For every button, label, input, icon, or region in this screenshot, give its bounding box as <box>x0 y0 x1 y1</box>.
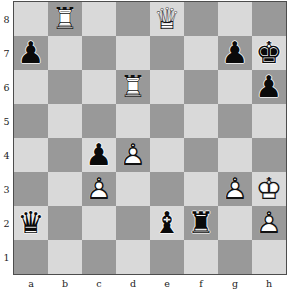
black-queen-piece: ♛ <box>14 206 48 240</box>
piece-glyph: ♟ <box>14 36 48 70</box>
rank-label-7: 7 <box>0 36 13 70</box>
square-e3[interactable] <box>150 172 184 206</box>
square-e6[interactable] <box>150 70 184 104</box>
rank-label-3: 3 <box>0 172 13 206</box>
rank-label-2: 2 <box>0 206 13 240</box>
square-g2[interactable] <box>218 206 252 240</box>
square-a2[interactable]: ♛ <box>14 206 48 240</box>
black-king-piece: ♚ <box>252 36 286 70</box>
square-b4[interactable] <box>48 138 82 172</box>
file-label-d: d <box>116 277 150 290</box>
square-a7[interactable]: ♟ <box>14 36 48 70</box>
piece-glyph: ♟ <box>218 36 252 70</box>
rank-label-1: 1 <box>0 240 13 274</box>
square-d4[interactable]: ♟♙ <box>116 138 150 172</box>
square-e4[interactable] <box>150 138 184 172</box>
piece-glyph: ♛ <box>150 2 184 36</box>
square-a1[interactable] <box>14 240 48 274</box>
square-e8[interactable]: ♛♕ <box>150 2 184 36</box>
white-king-piece: ♚♔ <box>252 172 286 206</box>
square-d7[interactable] <box>116 36 150 70</box>
square-a8[interactable] <box>14 2 48 36</box>
square-g4[interactable] <box>218 138 252 172</box>
square-e2[interactable]: ♝ <box>150 206 184 240</box>
square-h5[interactable] <box>252 104 286 138</box>
piece-outline: ♙ <box>252 206 286 240</box>
square-c5[interactable] <box>82 104 116 138</box>
file-label-f: f <box>184 277 218 290</box>
square-h3[interactable]: ♚♔ <box>252 172 286 206</box>
square-a3[interactable] <box>14 172 48 206</box>
white-pawn-piece: ♟♙ <box>82 172 116 206</box>
chess-board: ♜♖♛♕♟♟♚♜♖♟♟♟♙♟♙♟♙♚♔♛♝♜♟♙ <box>13 1 287 275</box>
square-d1[interactable] <box>116 240 150 274</box>
file-label-b: b <box>48 277 82 290</box>
square-h2[interactable]: ♟♙ <box>252 206 286 240</box>
square-b2[interactable] <box>48 206 82 240</box>
white-queen-piece: ♛♕ <box>150 2 184 36</box>
square-e7[interactable] <box>150 36 184 70</box>
square-d8[interactable] <box>116 2 150 36</box>
square-f1[interactable] <box>184 240 218 274</box>
piece-glyph: ♟ <box>82 138 116 172</box>
chess-board-diagram: 87654321 ♜♖♛♕♟♟♚♜♖♟♟♟♙♟♙♟♙♚♔♛♝♜♟♙ abcdef… <box>0 0 295 300</box>
square-e5[interactable] <box>150 104 184 138</box>
square-f3[interactable] <box>184 172 218 206</box>
square-a4[interactable] <box>14 138 48 172</box>
file-label-e: e <box>150 277 184 290</box>
square-f6[interactable] <box>184 70 218 104</box>
piece-glyph: ♜ <box>116 70 150 104</box>
piece-glyph: ♝ <box>150 206 184 240</box>
square-f8[interactable] <box>184 2 218 36</box>
square-b5[interactable] <box>48 104 82 138</box>
square-f5[interactable] <box>184 104 218 138</box>
rank-label-4: 4 <box>0 138 13 172</box>
piece-glyph: ♜ <box>48 2 82 36</box>
piece-glyph: ♟ <box>116 138 150 172</box>
file-label-h: h <box>252 277 286 290</box>
black-bishop-piece: ♝ <box>150 206 184 240</box>
white-pawn-piece: ♟♙ <box>218 172 252 206</box>
piece-glyph: ♚ <box>252 36 286 70</box>
black-pawn-piece: ♟ <box>82 138 116 172</box>
black-rook-piece: ♜ <box>184 206 218 240</box>
square-a6[interactable] <box>14 70 48 104</box>
square-h8[interactable] <box>252 2 286 36</box>
piece-outline: ♖ <box>116 70 150 104</box>
square-g8[interactable] <box>218 2 252 36</box>
square-c4[interactable]: ♟ <box>82 138 116 172</box>
piece-outline: ♖ <box>48 2 82 36</box>
white-pawn-piece: ♟♙ <box>252 206 286 240</box>
file-label-g: g <box>218 277 252 290</box>
black-pawn-piece: ♟ <box>14 36 48 70</box>
white-rook-piece: ♜♖ <box>48 2 82 36</box>
square-c2[interactable] <box>82 206 116 240</box>
file-labels: abcdefgh <box>14 277 286 290</box>
rank-labels: 87654321 <box>0 2 13 274</box>
square-c6[interactable] <box>82 70 116 104</box>
piece-outline: ♙ <box>116 138 150 172</box>
piece-glyph: ♛ <box>14 206 48 240</box>
square-c3[interactable]: ♟♙ <box>82 172 116 206</box>
file-label-a: a <box>14 277 48 290</box>
square-h6[interactable]: ♟ <box>252 70 286 104</box>
square-d6[interactable]: ♜♖ <box>116 70 150 104</box>
square-d2[interactable] <box>116 206 150 240</box>
piece-glyph: ♟ <box>252 70 286 104</box>
square-b6[interactable] <box>48 70 82 104</box>
square-b8[interactable]: ♜♖ <box>48 2 82 36</box>
black-pawn-piece: ♟ <box>252 70 286 104</box>
square-g5[interactable] <box>218 104 252 138</box>
piece-glyph: ♟ <box>218 172 252 206</box>
piece-glyph: ♟ <box>82 172 116 206</box>
piece-glyph: ♚ <box>252 172 286 206</box>
white-pawn-piece: ♟♙ <box>116 138 150 172</box>
square-h4[interactable] <box>252 138 286 172</box>
piece-outline: ♙ <box>82 172 116 206</box>
square-b3[interactable] <box>48 172 82 206</box>
square-g1[interactable] <box>218 240 252 274</box>
piece-outline: ♙ <box>218 172 252 206</box>
square-c7[interactable] <box>82 36 116 70</box>
square-f2[interactable]: ♜ <box>184 206 218 240</box>
square-d3[interactable] <box>116 172 150 206</box>
square-b1[interactable] <box>48 240 82 274</box>
piece-outline: ♕ <box>150 2 184 36</box>
rank-label-5: 5 <box>0 104 13 138</box>
square-h7[interactable]: ♚ <box>252 36 286 70</box>
square-h1[interactable] <box>252 240 286 274</box>
square-c1[interactable] <box>82 240 116 274</box>
white-rook-piece: ♜♖ <box>116 70 150 104</box>
rank-label-6: 6 <box>0 70 13 104</box>
square-g6[interactable] <box>218 70 252 104</box>
black-pawn-piece: ♟ <box>218 36 252 70</box>
square-c8[interactable] <box>82 2 116 36</box>
file-label-c: c <box>82 277 116 290</box>
square-b7[interactable] <box>48 36 82 70</box>
piece-glyph: ♜ <box>184 206 218 240</box>
square-f4[interactable] <box>184 138 218 172</box>
square-e1[interactable] <box>150 240 184 274</box>
piece-glyph: ♟ <box>252 206 286 240</box>
piece-outline: ♔ <box>252 172 286 206</box>
square-d5[interactable] <box>116 104 150 138</box>
square-g7[interactable]: ♟ <box>218 36 252 70</box>
square-f7[interactable] <box>184 36 218 70</box>
square-g3[interactable]: ♟♙ <box>218 172 252 206</box>
square-a5[interactable] <box>14 104 48 138</box>
rank-label-8: 8 <box>0 2 13 36</box>
